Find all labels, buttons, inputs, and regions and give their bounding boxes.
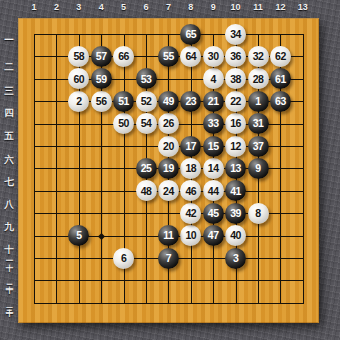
column-label-9: 9 bbox=[211, 2, 216, 12]
stone-black-7[interactable]: 7 bbox=[158, 248, 179, 269]
stone-black-39[interactable]: 39 bbox=[225, 203, 246, 224]
stone-white-60[interactable]: 60 bbox=[68, 68, 89, 89]
stone-black-5[interactable]: 5 bbox=[68, 225, 89, 246]
stone-black-45[interactable]: 45 bbox=[203, 203, 224, 224]
column-label-8: 8 bbox=[188, 2, 193, 12]
stone-black-37[interactable]: 37 bbox=[248, 136, 269, 157]
stone-black-17[interactable]: 17 bbox=[180, 136, 201, 157]
stone-white-10[interactable]: 10 bbox=[180, 225, 201, 246]
stone-black-47[interactable]: 47 bbox=[203, 225, 224, 246]
stone-white-30[interactable]: 30 bbox=[203, 46, 224, 67]
stone-black-49[interactable]: 49 bbox=[158, 91, 179, 112]
go-diagram: 1234567891011121314151617181920212223242… bbox=[0, 0, 340, 340]
stone-white-28[interactable]: 28 bbox=[248, 68, 269, 89]
stone-black-59[interactable]: 59 bbox=[91, 68, 112, 89]
stone-white-12[interactable]: 12 bbox=[225, 136, 246, 157]
stone-white-62[interactable]: 62 bbox=[270, 46, 291, 67]
column-label-13: 13 bbox=[298, 2, 308, 12]
stone-white-2[interactable]: 2 bbox=[68, 91, 89, 112]
column-label-4: 4 bbox=[99, 2, 104, 12]
stone-black-9[interactable]: 9 bbox=[248, 158, 269, 179]
grid-line-vertical bbox=[303, 34, 304, 304]
stone-black-23[interactable]: 23 bbox=[180, 91, 201, 112]
stone-white-38[interactable]: 38 bbox=[225, 68, 246, 89]
stone-white-4[interactable]: 4 bbox=[203, 68, 224, 89]
stone-white-24[interactable]: 24 bbox=[158, 180, 179, 201]
column-label-1: 1 bbox=[31, 2, 36, 12]
column-label-5: 5 bbox=[121, 2, 126, 12]
column-label-6: 6 bbox=[143, 2, 148, 12]
stone-black-21[interactable]: 21 bbox=[203, 91, 224, 112]
stone-white-20[interactable]: 20 bbox=[158, 136, 179, 157]
stone-white-16[interactable]: 16 bbox=[225, 113, 246, 134]
stone-white-40[interactable]: 40 bbox=[225, 225, 246, 246]
stone-white-6[interactable]: 6 bbox=[113, 248, 134, 269]
stone-black-1[interactable]: 1 bbox=[248, 91, 269, 112]
column-label-10: 10 bbox=[231, 2, 241, 12]
grid-line-horizontal bbox=[34, 303, 304, 304]
stone-white-54[interactable]: 54 bbox=[136, 113, 157, 134]
stone-white-58[interactable]: 58 bbox=[68, 46, 89, 67]
stone-white-22[interactable]: 22 bbox=[225, 91, 246, 112]
stone-white-46[interactable]: 46 bbox=[180, 180, 201, 201]
stone-white-44[interactable]: 44 bbox=[203, 180, 224, 201]
star-point bbox=[98, 233, 105, 240]
column-label-11: 11 bbox=[253, 2, 263, 12]
stone-white-14[interactable]: 14 bbox=[203, 158, 224, 179]
stone-black-31[interactable]: 31 bbox=[248, 113, 269, 134]
stone-black-11[interactable]: 11 bbox=[158, 225, 179, 246]
stone-black-13[interactable]: 13 bbox=[225, 158, 246, 179]
stone-black-55[interactable]: 55 bbox=[158, 46, 179, 67]
stone-black-15[interactable]: 15 bbox=[203, 136, 224, 157]
stone-black-51[interactable]: 51 bbox=[113, 91, 134, 112]
stone-black-25[interactable]: 25 bbox=[136, 158, 157, 179]
stone-white-52[interactable]: 52 bbox=[136, 91, 157, 112]
go-board[interactable]: 1234567891011121314151617181920212223242… bbox=[18, 18, 319, 323]
stone-black-3[interactable]: 3 bbox=[225, 248, 246, 269]
stone-white-32[interactable]: 32 bbox=[248, 46, 269, 67]
stone-white-50[interactable]: 50 bbox=[113, 113, 134, 134]
grid-line-horizontal bbox=[34, 280, 304, 281]
stone-black-41[interactable]: 41 bbox=[225, 180, 246, 201]
stone-white-66[interactable]: 66 bbox=[113, 46, 134, 67]
column-label-7: 7 bbox=[166, 2, 171, 12]
stone-black-53[interactable]: 53 bbox=[136, 68, 157, 89]
stone-white-64[interactable]: 64 bbox=[180, 46, 201, 67]
stone-white-42[interactable]: 42 bbox=[180, 203, 201, 224]
stone-black-19[interactable]: 19 bbox=[158, 158, 179, 179]
stone-black-33[interactable]: 33 bbox=[203, 113, 224, 134]
stone-white-48[interactable]: 48 bbox=[136, 180, 157, 201]
stone-black-65[interactable]: 65 bbox=[180, 24, 201, 45]
stone-black-63[interactable]: 63 bbox=[270, 91, 291, 112]
stone-black-61[interactable]: 61 bbox=[270, 68, 291, 89]
column-label-12: 12 bbox=[275, 2, 285, 12]
stone-white-8[interactable]: 8 bbox=[248, 203, 269, 224]
stone-white-18[interactable]: 18 bbox=[180, 158, 201, 179]
stone-black-57[interactable]: 57 bbox=[91, 46, 112, 67]
column-label-2: 2 bbox=[54, 2, 59, 12]
stone-white-26[interactable]: 26 bbox=[158, 113, 179, 134]
column-label-3: 3 bbox=[76, 2, 81, 12]
stone-white-36[interactable]: 36 bbox=[225, 46, 246, 67]
stone-white-56[interactable]: 56 bbox=[91, 91, 112, 112]
stone-white-34[interactable]: 34 bbox=[225, 24, 246, 45]
